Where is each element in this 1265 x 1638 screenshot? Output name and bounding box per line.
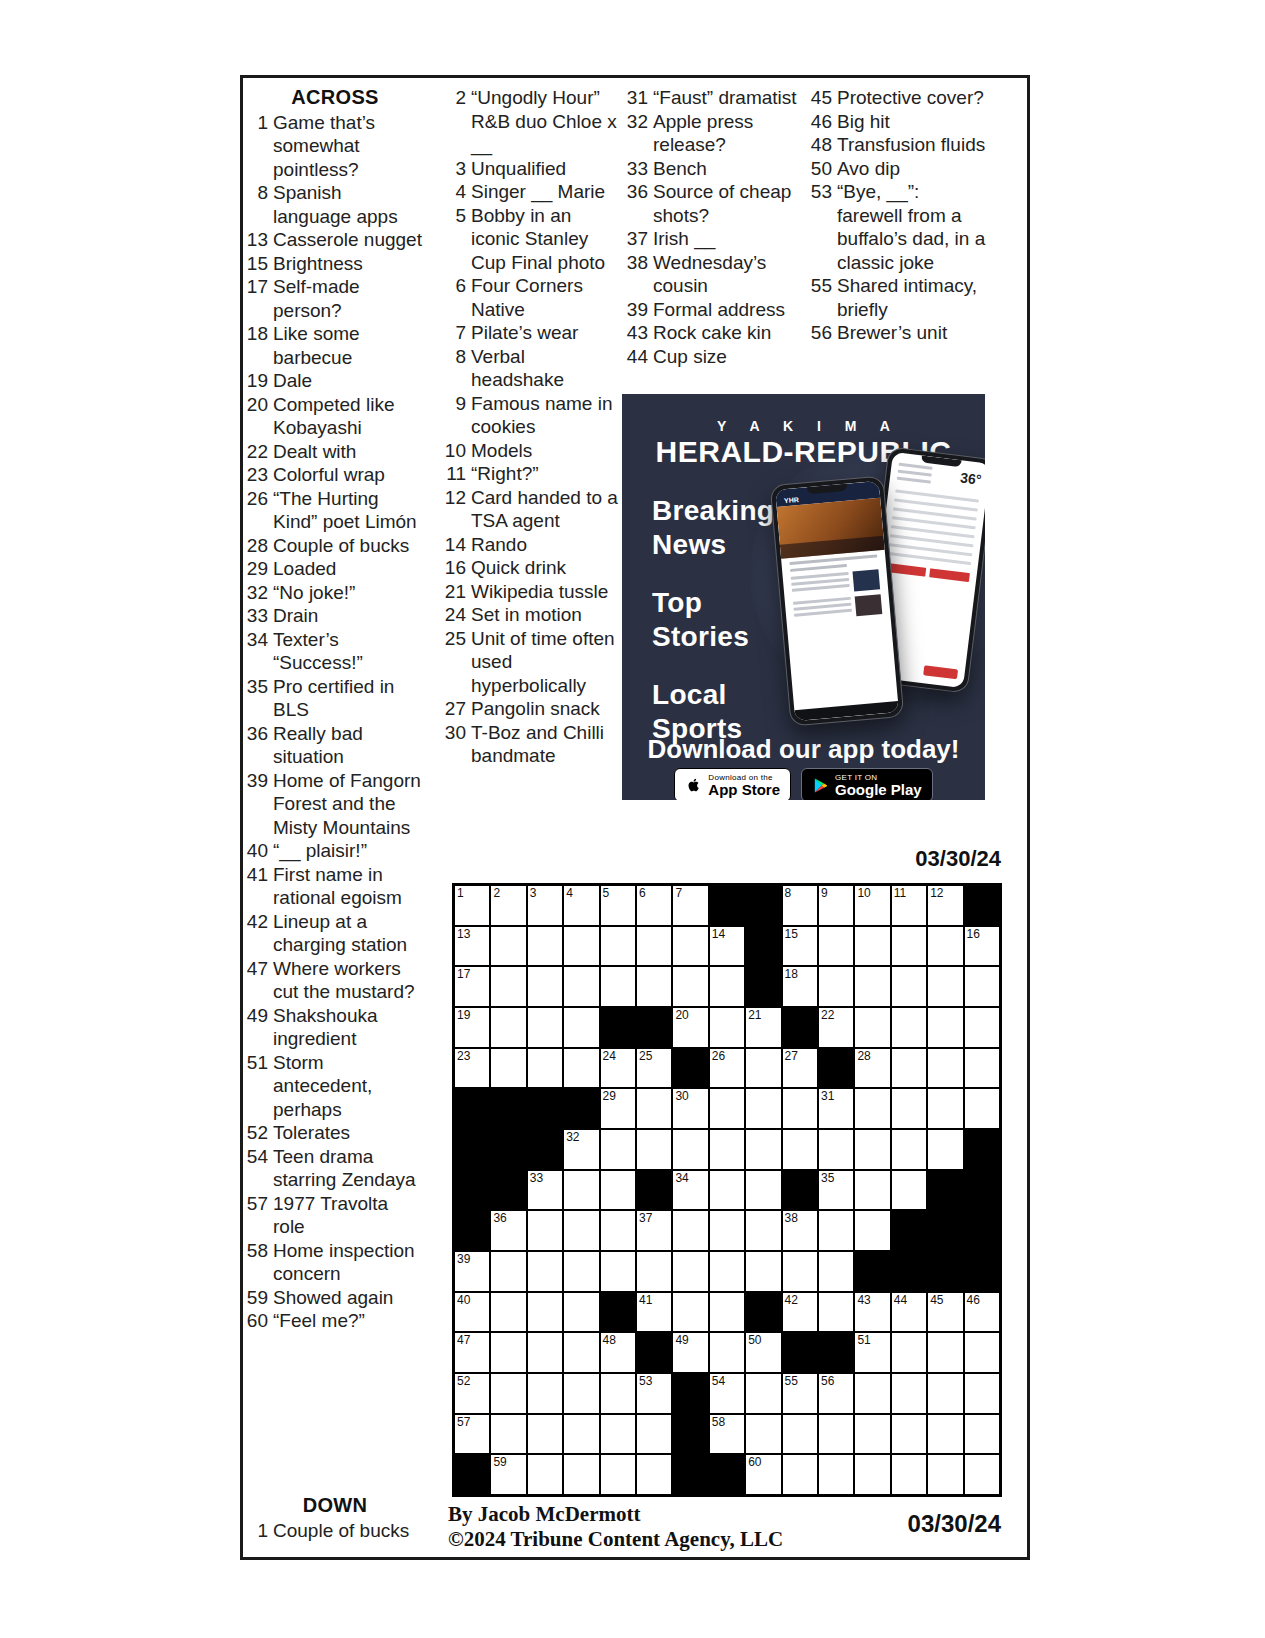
grid-cell-number: 59 — [493, 1456, 506, 1469]
grid-cell-black — [892, 1211, 926, 1250]
grid-cell-number: 34 — [675, 1172, 688, 1185]
grid-cell[interactable] — [673, 1293, 707, 1332]
clue-number: 27 — [444, 697, 471, 721]
grid-cell[interactable] — [710, 1171, 744, 1210]
app-store-badge[interactable]: Download on the App Store — [674, 768, 791, 800]
grid-cell[interactable]: 5 — [601, 886, 635, 925]
grid-cell[interactable]: 55 — [783, 1374, 817, 1413]
clue-number: 57 — [246, 1192, 273, 1239]
clue-text: “Ungodly Hour” R&B duo Chloe x __ — [471, 86, 622, 157]
grid-cell[interactable] — [746, 1089, 780, 1128]
grid-cell[interactable]: 16 — [965, 927, 999, 966]
grid-cell[interactable]: 60 — [746, 1455, 780, 1494]
grid-cell[interactable]: 12 — [928, 886, 962, 925]
clue-text: “Right?” — [471, 462, 622, 486]
grid-cell[interactable] — [928, 1049, 962, 1088]
grid-cell[interactable]: 13 — [455, 927, 489, 966]
grid-cell[interactable] — [819, 967, 853, 1006]
grid-cell[interactable] — [491, 1008, 525, 1047]
grid-cell[interactable] — [564, 1333, 598, 1372]
grid-cell[interactable] — [637, 967, 671, 1006]
grid-cell[interactable]: 22 — [819, 1008, 853, 1047]
grid-cell[interactable] — [710, 1252, 744, 1291]
clue-text: Models — [471, 439, 622, 463]
grid-cell[interactable] — [746, 1211, 780, 1250]
grid-cell-number: 2 — [493, 887, 500, 900]
grid-cell[interactable] — [783, 1089, 817, 1128]
grid-cell[interactable]: 37 — [637, 1211, 671, 1250]
google-play-badge[interactable]: GET IT ON Google Play — [801, 768, 933, 800]
grid-cell[interactable] — [564, 1049, 598, 1088]
grid-cell-black — [491, 1089, 525, 1128]
grid-cell[interactable] — [601, 967, 635, 1006]
grid-cell[interactable] — [928, 1333, 962, 1372]
grid-cell[interactable] — [673, 1130, 707, 1169]
grid-cell[interactable]: 4 — [564, 886, 598, 925]
clue-item: 33Bench — [626, 157, 804, 181]
grid-cell-number: 56 — [821, 1375, 834, 1388]
clue-item: 17Self-made person? — [246, 275, 424, 322]
grid-cell-number: 12 — [930, 887, 943, 900]
grid-cell[interactable] — [637, 1089, 671, 1128]
grid-cell[interactable] — [965, 1333, 999, 1372]
grid-cell[interactable]: 44 — [892, 1293, 926, 1332]
grid-cell[interactable] — [928, 1415, 962, 1454]
grid-cell[interactable]: 11 — [892, 886, 926, 925]
clue-text: Shared intimacy, briefly — [837, 274, 988, 321]
grid-cell[interactable] — [819, 1130, 853, 1169]
phone-text-line — [790, 564, 847, 572]
grid-cell-black — [710, 1455, 744, 1494]
grid-cell[interactable]: 57 — [455, 1415, 489, 1454]
grid-cell[interactable] — [783, 1415, 817, 1454]
clue-text: First name in rational egoism — [273, 863, 424, 910]
grid-cell[interactable] — [819, 1252, 853, 1291]
grid-cell[interactable] — [637, 927, 671, 966]
grid-cell[interactable] — [528, 927, 562, 966]
grid-cell[interactable] — [637, 1130, 671, 1169]
grid-cell[interactable] — [528, 1211, 562, 1250]
grid-cell[interactable] — [564, 1211, 598, 1250]
clue-number: 37 — [626, 227, 653, 251]
grid-cell-number: 49 — [675, 1334, 688, 1347]
phone-hero-image — [777, 498, 885, 559]
grid-cell[interactable]: 27 — [783, 1049, 817, 1088]
grid-cell[interactable]: 19 — [455, 1008, 489, 1047]
clue-text: Transfusion fluids — [837, 133, 988, 157]
clue-item: 7Pilate’s wear — [444, 321, 622, 345]
grid-cell[interactable] — [746, 1252, 780, 1291]
phone-bottom-bar — [794, 701, 899, 721]
grid-cell[interactable] — [601, 927, 635, 966]
clue-item: 18Like some barbecue — [246, 322, 424, 369]
grid-cell[interactable] — [564, 1374, 598, 1413]
grid-cell[interactable]: 21 — [746, 1008, 780, 1047]
puzzle-date-top: 03/30/24 — [861, 846, 1001, 872]
grid-cell[interactable]: 15 — [783, 927, 817, 966]
grid-cell-number: 37 — [639, 1212, 652, 1225]
clue-item: 15Brightness — [246, 252, 424, 276]
grid-cell[interactable] — [965, 1089, 999, 1128]
grid-cell[interactable]: 30 — [673, 1089, 707, 1128]
grid-cell-black — [965, 1171, 999, 1210]
grid-cell[interactable] — [892, 1415, 926, 1454]
clue-text: Bench — [653, 157, 804, 181]
grid-cell[interactable] — [491, 967, 525, 1006]
grid-cell[interactable] — [819, 927, 853, 966]
grid-cell[interactable] — [673, 967, 707, 1006]
grid-cell[interactable] — [892, 1374, 926, 1413]
grid-cell[interactable]: 49 — [673, 1333, 707, 1372]
clue-item: 8Spanish language apps — [246, 181, 424, 228]
grid-cell[interactable] — [746, 1171, 780, 1210]
grid-cell[interactable] — [965, 1374, 999, 1413]
grid-cell[interactable] — [710, 1008, 744, 1047]
grid-cell[interactable] — [855, 1171, 889, 1210]
grid-cell[interactable] — [710, 1130, 744, 1169]
puzzle-date-bottom: 03/30/24 — [861, 1510, 1001, 1538]
clue-text: Competed like Kobayashi — [273, 393, 424, 440]
grid-cell[interactable] — [564, 1293, 598, 1332]
clue-text: Wikipedia tussle — [471, 580, 622, 604]
grid-cell[interactable]: 31 — [819, 1089, 853, 1128]
grid-cell-black — [528, 1130, 562, 1169]
grid-cell[interactable] — [855, 1008, 889, 1047]
ad-feature-list: Breaking News Top Stories Local Sports — [652, 494, 774, 770]
grid-cell[interactable]: 8 — [783, 886, 817, 925]
grid-cell[interactable] — [746, 1130, 780, 1169]
clue-item: 23Colorful wrap — [246, 463, 424, 487]
grid-cell[interactable] — [892, 1008, 926, 1047]
grid-cell[interactable] — [855, 1455, 889, 1494]
grid-cell[interactable] — [819, 1415, 853, 1454]
grid-cell-number: 3 — [530, 887, 537, 900]
grid-cell[interactable]: 18 — [783, 967, 817, 1006]
grid-cell[interactable]: 26 — [710, 1049, 744, 1088]
clue-number: 12 — [444, 486, 471, 533]
grid-cell[interactable] — [564, 967, 598, 1006]
grid-cell-number: 54 — [712, 1375, 725, 1388]
clue-number: 29 — [246, 557, 273, 581]
grid-cell-black — [746, 1293, 780, 1332]
clue-item: 27Pangolin snack — [444, 697, 622, 721]
clue-text: Couple of bucks — [273, 1519, 424, 1543]
clue-item: 33Drain — [246, 604, 424, 628]
grid-cell-black — [928, 1171, 962, 1210]
grid-cell[interactable] — [855, 1415, 889, 1454]
grid-cell[interactable] — [601, 1455, 635, 1494]
grid-cell[interactable]: 6 — [637, 886, 671, 925]
grid-cell-number: 7 — [675, 887, 682, 900]
grid-cell[interactable] — [892, 1130, 926, 1169]
grid-cell[interactable] — [855, 967, 889, 1006]
grid-cell-number: 38 — [785, 1212, 798, 1225]
grid-cell[interactable] — [528, 1049, 562, 1088]
grid-cell[interactable] — [564, 1171, 598, 1210]
clue-text: Verbal headshake — [471, 345, 622, 392]
grid-cell[interactable]: 52 — [455, 1374, 489, 1413]
grid-cell-black — [673, 1049, 707, 1088]
grid-cell[interactable]: 29 — [601, 1089, 635, 1128]
grid-cell[interactable] — [601, 1130, 635, 1169]
clue-text: Famous name in cookies — [471, 392, 622, 439]
grid-cell[interactable] — [710, 967, 744, 1006]
grid-cell[interactable]: 50 — [746, 1333, 780, 1372]
clue-text: Casserole nugget — [273, 228, 424, 252]
clue-text: Really bad situation — [273, 722, 424, 769]
clue-item: 571977 Travolta role — [246, 1192, 424, 1239]
grid-cell[interactable] — [491, 1049, 525, 1088]
grid-cell[interactable] — [528, 1374, 562, 1413]
grid-cell[interactable]: 42 — [783, 1293, 817, 1332]
grid-cell-number: 22 — [821, 1009, 834, 1022]
grid-cell-number: 45 — [930, 1294, 943, 1307]
grid-cell[interactable] — [710, 1089, 744, 1128]
grid-cell[interactable] — [528, 1008, 562, 1047]
grid-cell[interactable] — [710, 1211, 744, 1250]
grid-cell[interactable]: 23 — [455, 1049, 489, 1088]
clue-text: Showed again — [273, 1286, 424, 1310]
grid-cell-black — [855, 1252, 889, 1291]
grid-cell-black — [928, 1211, 962, 1250]
grid-cell[interactable] — [491, 1333, 525, 1372]
grid-cell[interactable] — [673, 1211, 707, 1250]
grid-cell[interactable] — [491, 1415, 525, 1454]
clue-text: Bobby in an iconic Stanley Cup Final pho… — [471, 204, 622, 275]
grid-cell[interactable]: 48 — [601, 1333, 635, 1372]
grid-cell[interactable] — [673, 1252, 707, 1291]
grid-cell[interactable] — [564, 1252, 598, 1291]
grid-cell-number: 48 — [603, 1334, 616, 1347]
grid-cell[interactable]: 39 — [455, 1252, 489, 1291]
grid-cell[interactable] — [855, 1089, 889, 1128]
grid-cell[interactable] — [601, 1374, 635, 1413]
phone-text-lines — [896, 463, 932, 488]
clue-item: 53“Bye, __”: farewell from a buffalo’s d… — [810, 180, 988, 274]
clue-number: 16 — [444, 556, 471, 580]
clue-number: 6 — [444, 274, 471, 321]
grid-cell-black — [528, 1089, 562, 1128]
grid-cell[interactable] — [855, 927, 889, 966]
clue-number: 2 — [444, 86, 471, 157]
grid-cell[interactable] — [710, 1293, 744, 1332]
grid-cell[interactable] — [819, 1293, 853, 1332]
grid-cell[interactable] — [746, 1049, 780, 1088]
grid-cell[interactable]: 28 — [855, 1049, 889, 1088]
grid-cell[interactable]: 33 — [528, 1171, 562, 1210]
grid-cell[interactable] — [928, 1130, 962, 1169]
grid-cell[interactable] — [819, 1211, 853, 1250]
clue-item: 21Wikipedia tussle — [444, 580, 622, 604]
grid-cell[interactable]: 7 — [673, 886, 707, 925]
grid-cell-black — [564, 1089, 598, 1128]
grid-cell[interactable]: 25 — [637, 1049, 671, 1088]
clue-item: 25Unit of time often used hyperbolically — [444, 627, 622, 698]
clue-number: 31 — [626, 86, 653, 110]
grid-cell[interactable]: 47 — [455, 1333, 489, 1372]
grid-cell[interactable] — [819, 1455, 853, 1494]
grid-cell[interactable] — [601, 1252, 635, 1291]
grid-cell[interactable]: 34 — [673, 1171, 707, 1210]
grid-cell-number: 11 — [894, 887, 906, 900]
grid-cell[interactable] — [637, 1252, 671, 1291]
grid-cell-number: 57 — [457, 1416, 470, 1429]
grid-cell[interactable] — [528, 1252, 562, 1291]
grid-cell-black — [965, 1130, 999, 1169]
grid-cell[interactable] — [746, 1374, 780, 1413]
grid-cell[interactable] — [528, 967, 562, 1006]
crossword-grid: 1234567891011121314151617181920212223242… — [452, 883, 1002, 1497]
clue-item: 43Rock cake kin — [626, 321, 804, 345]
clue-item: 40“__ plaisir!” — [246, 839, 424, 863]
grid-cell[interactable]: 41 — [637, 1293, 671, 1332]
grid-cell[interactable] — [564, 1455, 598, 1494]
grid-cell[interactable] — [928, 1089, 962, 1128]
grid-cell[interactable]: 58 — [710, 1415, 744, 1454]
grid-cell-number: 21 — [748, 1009, 761, 1022]
clue-text: Apple press release? — [653, 110, 804, 157]
grid-cell[interactable]: 46 — [965, 1293, 999, 1332]
grid-cell[interactable] — [965, 967, 999, 1006]
grid-cell-black — [783, 1008, 817, 1047]
grid-cell[interactable]: 32 — [564, 1130, 598, 1169]
grid-cell[interactable]: 14 — [710, 927, 744, 966]
grid-cell-black — [783, 1171, 817, 1210]
clue-text: “No joke!” — [273, 581, 424, 605]
grid-cell-number: 18 — [785, 968, 798, 981]
grid-cell[interactable]: 9 — [819, 886, 853, 925]
grid-cell[interactable] — [491, 1252, 525, 1291]
grid-cell[interactable] — [965, 1415, 999, 1454]
grid-cell[interactable] — [928, 1008, 962, 1047]
grid-cell[interactable] — [892, 1333, 926, 1372]
grid-cell[interactable] — [564, 1008, 598, 1047]
grid-cell[interactable] — [528, 1293, 562, 1332]
grid-cell[interactable]: 51 — [855, 1333, 889, 1372]
grid-cell[interactable]: 40 — [455, 1293, 489, 1332]
grid-cell[interactable] — [928, 1374, 962, 1413]
grid-cell-number: 29 — [603, 1090, 616, 1103]
grid-cell[interactable] — [528, 1333, 562, 1372]
grid-cell-number: 19 — [457, 1009, 470, 1022]
clue-number: 40 — [246, 839, 273, 863]
grid-cell[interactable] — [564, 1415, 598, 1454]
grid-cell[interactable]: 43 — [855, 1293, 889, 1332]
grid-cell[interactable] — [710, 1333, 744, 1372]
grid-cell[interactable] — [528, 1455, 562, 1494]
grid-cell-number: 36 — [493, 1212, 506, 1225]
grid-cell[interactable]: 17 — [455, 967, 489, 1006]
grid-cell[interactable] — [491, 1293, 525, 1332]
phone-mockup-news: YHR — [770, 475, 905, 726]
grid-cell[interactable]: 53 — [637, 1374, 671, 1413]
grid-cell[interactable] — [855, 1211, 889, 1250]
grid-cell[interactable]: 59 — [491, 1455, 525, 1494]
clue-text: Big hit — [837, 110, 988, 134]
grid-cell[interactable] — [601, 1171, 635, 1210]
clue-number: 13 — [246, 228, 273, 252]
clue-number: 23 — [246, 463, 273, 487]
ad-feature-top-stories: Top Stories — [652, 586, 774, 654]
clue-text: Tolerates — [273, 1121, 424, 1145]
grid-cell-number: 39 — [457, 1253, 470, 1266]
grid-cell[interactable] — [855, 1130, 889, 1169]
clue-item: 10Models — [444, 439, 622, 463]
grid-cell[interactable]: 10 — [855, 886, 889, 925]
grid-cell[interactable] — [928, 1455, 962, 1494]
grid-cell[interactable] — [637, 1455, 671, 1494]
grid-cell[interactable] — [965, 1455, 999, 1494]
grid-cell[interactable] — [892, 1089, 926, 1128]
clue-item: 4Singer __ Marie — [444, 180, 622, 204]
grid-cell[interactable] — [965, 1049, 999, 1088]
grid-cell[interactable] — [928, 927, 962, 966]
grid-cell[interactable]: 2 — [491, 886, 525, 925]
clue-number: 32 — [246, 581, 273, 605]
grid-cell[interactable]: 3 — [528, 886, 562, 925]
grid-cell[interactable]: 45 — [928, 1293, 962, 1332]
grid-cell-number: 27 — [785, 1050, 798, 1063]
grid-cell[interactable]: 24 — [601, 1049, 635, 1088]
grid-cell[interactable]: 35 — [819, 1171, 853, 1210]
grid-cell[interactable] — [855, 1374, 889, 1413]
grid-cell[interactable]: 36 — [491, 1211, 525, 1250]
grid-cell[interactable] — [491, 927, 525, 966]
grid-cell[interactable] — [528, 1415, 562, 1454]
clue-text: Drain — [273, 604, 424, 628]
grid-cell[interactable] — [746, 1415, 780, 1454]
grid-cell[interactable] — [601, 1415, 635, 1454]
grid-cell[interactable] — [892, 1455, 926, 1494]
clue-text: Texter’s “Success!” — [273, 628, 424, 675]
grid-cell[interactable]: 54 — [710, 1374, 744, 1413]
google-play-icon — [812, 776, 829, 795]
grid-cell[interactable]: 38 — [783, 1211, 817, 1250]
grid-cell[interactable] — [783, 1252, 817, 1291]
badge-big-text: App Store — [708, 782, 780, 798]
grid-cell[interactable] — [928, 967, 962, 1006]
grid-cell[interactable] — [892, 927, 926, 966]
clue-number: 39 — [626, 298, 653, 322]
grid-cell[interactable] — [965, 1008, 999, 1047]
grid-cell-number: 50 — [748, 1334, 761, 1347]
grid-cell[interactable] — [892, 1171, 926, 1210]
grid-cell[interactable] — [637, 1415, 671, 1454]
grid-cell[interactable] — [783, 1455, 817, 1494]
grid-cell[interactable] — [892, 1049, 926, 1088]
clue-number: 52 — [246, 1121, 273, 1145]
grid-cell-black — [601, 1008, 635, 1047]
clue-number: 53 — [810, 180, 837, 274]
clue-text: Loaded — [273, 557, 424, 581]
grid-cell-black — [746, 927, 780, 966]
grid-cell[interactable]: 1 — [455, 886, 489, 925]
down-clue-column-4: 45Protective cover?46Big hit48Transfusio… — [810, 86, 988, 345]
grid-cell[interactable] — [564, 927, 598, 966]
grid-cell[interactable] — [783, 1130, 817, 1169]
grid-cell[interactable] — [673, 927, 707, 966]
clue-item: 36Really bad situation — [246, 722, 424, 769]
grid-cell[interactable] — [491, 1374, 525, 1413]
grid-cell[interactable] — [892, 967, 926, 1006]
phone-temperature: 36° — [960, 470, 983, 486]
grid-cell[interactable]: 56 — [819, 1374, 853, 1413]
grid-cell[interactable]: 20 — [673, 1008, 707, 1047]
grid-cell[interactable] — [601, 1211, 635, 1250]
clue-item: 32Apple press release? — [626, 110, 804, 157]
phone-story-row — [793, 594, 882, 622]
clue-number: 59 — [246, 1286, 273, 1310]
